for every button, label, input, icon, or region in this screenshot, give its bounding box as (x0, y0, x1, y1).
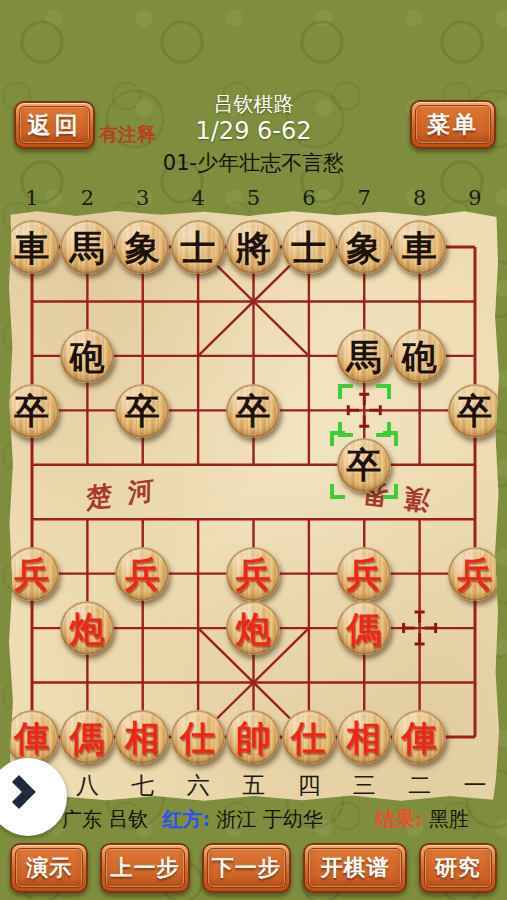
file-coordinate-top: 3 (136, 186, 149, 210)
piece-red-傌-f2r9[interactable]: 傌 (60, 710, 114, 764)
file-coordinate-top: 4 (191, 186, 204, 210)
xiangqi-app-screen: 返回 有注释 吕钦棋路 1/29 6-62 01-少年壮志不言愁 菜单 1234… (0, 0, 507, 900)
piece-black-砲-f8r2[interactable]: 砲 (392, 329, 446, 383)
next-move-button[interactable]: 下一步 (202, 843, 291, 893)
board-paper: 楚河 漢界 車馬象士將士象車砲馬砲卒卒卒卒卒兵兵兵兵兵炮炮傌俥傌相仕帥仕相俥 九… (8, 210, 499, 802)
menu-button-label: 菜单 (415, 105, 491, 144)
chapter-title: 01-少年壮志不言愁 (0, 149, 507, 177)
piece-black-車-f8r0[interactable]: 車 (392, 220, 446, 274)
piece-red-兵-f3r6[interactable]: 兵 (115, 547, 169, 601)
piece-red-仕-f6r9[interactable]: 仕 (282, 710, 336, 764)
piece-black-卒-f5r3[interactable]: 卒 (226, 384, 280, 438)
piece-red-炮-f5r7[interactable]: 炮 (226, 601, 280, 655)
file-coordinate-top: 8 (413, 186, 426, 210)
piece-black-象-f7r0[interactable]: 象 (337, 220, 391, 274)
menu-button[interactable]: 菜单 (410, 100, 496, 149)
piece-black-卒-f3r3[interactable]: 卒 (115, 384, 169, 438)
piece-black-馬-f7r2[interactable]: 馬 (337, 329, 391, 383)
file-coordinate-top: 9 (468, 186, 481, 210)
piece-black-士-f4r0[interactable]: 士 (171, 220, 225, 274)
file-coordinate-bottom: 三 (353, 770, 376, 801)
black-player-name: 广东 吕钦 (62, 806, 148, 833)
piece-red-兵-f9r6[interactable]: 兵 (448, 547, 502, 601)
file-coordinate-bottom: 五 (242, 770, 265, 801)
piece-black-馬-f2r0[interactable]: 馬 (60, 220, 114, 274)
demo-button[interactable]: 演示 (10, 843, 88, 893)
result-label: 结果: (375, 806, 423, 833)
piece-red-兵-f5r6[interactable]: 兵 (226, 547, 280, 601)
piece-red-炮-f2r7[interactable]: 炮 (60, 601, 114, 655)
piece-red-相-f3r9[interactable]: 相 (115, 710, 169, 764)
piece-red-兵-f1r6[interactable]: 兵 (5, 547, 59, 601)
file-coordinate-bottom: 四 (297, 770, 320, 801)
piece-black-士-f6r0[interactable]: 士 (282, 220, 336, 274)
red-side-label: 红方: (162, 806, 210, 833)
file-coordinate-bottom: 六 (187, 770, 210, 801)
file-coordinate-bottom: 二 (408, 770, 431, 801)
prev-move-button[interactable]: 上一步 (100, 843, 189, 893)
red-player-name: 浙江 于幼华 (216, 806, 322, 833)
piece-black-卒-f7r4[interactable]: 卒 (337, 438, 391, 492)
piece-red-俥-f1r9[interactable]: 俥 (5, 710, 59, 764)
file-coordinate-top: 2 (81, 186, 94, 210)
file-coordinate-top: 6 (302, 186, 315, 210)
piece-black-卒-f9r3[interactable]: 卒 (448, 384, 502, 438)
open-game-record-button[interactable]: 开棋谱 (303, 843, 407, 893)
piece-red-相-f7r9[interactable]: 相 (337, 710, 391, 764)
control-bar: 演示 上一步 下一步 开棋谱 研究 (10, 843, 497, 893)
file-coordinate-bottom: 八 (76, 770, 99, 801)
piece-black-砲-f2r2[interactable]: 砲 (60, 329, 114, 383)
board[interactable]: 車馬象士將士象車砲馬砲卒卒卒卒卒兵兵兵兵兵炮炮傌俥傌相仕帥仕相俥 (4, 220, 502, 764)
file-coordinate-top: 5 (247, 186, 260, 210)
piece-red-傌-f7r7[interactable]: 傌 (337, 601, 391, 655)
file-coordinate-top: 1 (25, 186, 38, 210)
piece-black-將-f5r0[interactable]: 將 (226, 220, 280, 274)
file-coordinate-bottom: 七 (131, 770, 154, 801)
red-player-group: 红方: 浙江 于幼华 (162, 806, 322, 833)
piece-red-帥-f5r9[interactable]: 帥 (226, 710, 280, 764)
piece-red-仕-f4r9[interactable]: 仕 (171, 710, 225, 764)
piece-black-象-f3r0[interactable]: 象 (115, 220, 169, 274)
result-group: 结果: 黑胜 (375, 806, 469, 833)
piece-black-車-f1r0[interactable]: 車 (5, 220, 59, 274)
match-info-bar: 黑方: 广东 吕钦 红方: 浙江 于幼华 结果: 黑胜 (8, 806, 499, 833)
file-coordinate-top: 7 (358, 186, 371, 210)
piece-black-卒-f1r3[interactable]: 卒 (5, 384, 59, 438)
research-button[interactable]: 研究 (419, 843, 497, 893)
piece-red-兵-f7r6[interactable]: 兵 (337, 547, 391, 601)
file-coordinate-bottom: 一 (464, 770, 487, 801)
piece-red-俥-f8r9[interactable]: 俥 (392, 710, 446, 764)
result-value: 黑胜 (429, 806, 469, 833)
